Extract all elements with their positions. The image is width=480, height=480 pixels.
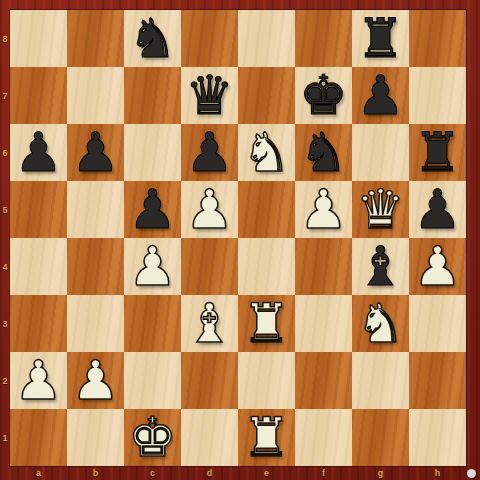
square-d4[interactable] xyxy=(181,238,238,295)
square-b8[interactable] xyxy=(67,10,124,67)
square-f7[interactable]: ♚ xyxy=(295,67,352,124)
square-b7[interactable] xyxy=(67,67,124,124)
square-e8[interactable] xyxy=(238,10,295,67)
rank-label-4: 4 xyxy=(0,238,10,295)
black-rook-g8[interactable]: ♜ xyxy=(356,10,404,67)
rank-label-5: 5 xyxy=(0,181,10,238)
square-f6[interactable]: ♞ xyxy=(295,124,352,181)
square-c3[interactable] xyxy=(124,295,181,352)
white-pawn-b2[interactable]: ♟ xyxy=(71,352,119,409)
square-a2[interactable]: ♟ xyxy=(10,352,67,409)
square-d6[interactable]: ♟ xyxy=(181,124,238,181)
square-e2[interactable] xyxy=(238,352,295,409)
black-king-f7[interactable]: ♚ xyxy=(299,67,347,124)
white-knight-e6[interactable]: ♞ xyxy=(242,124,290,181)
square-f3[interactable] xyxy=(295,295,352,352)
black-knight-c8[interactable]: ♞ xyxy=(128,10,176,67)
square-b3[interactable] xyxy=(67,295,124,352)
square-h5[interactable]: ♟ xyxy=(409,181,466,238)
square-d8[interactable] xyxy=(181,10,238,67)
square-g6[interactable] xyxy=(352,124,409,181)
square-c4[interactable]: ♟ xyxy=(124,238,181,295)
square-h4[interactable]: ♟ xyxy=(409,238,466,295)
square-g8[interactable]: ♜ xyxy=(352,10,409,67)
square-d2[interactable] xyxy=(181,352,238,409)
square-g5[interactable]: ♛ xyxy=(352,181,409,238)
black-bishop-g4[interactable]: ♝ xyxy=(356,238,404,295)
square-a1[interactable] xyxy=(10,409,67,466)
square-b5[interactable] xyxy=(67,181,124,238)
file-label-e: e xyxy=(238,466,295,480)
file-label-d: d xyxy=(181,466,238,480)
square-h2[interactable] xyxy=(409,352,466,409)
file-label-g: g xyxy=(352,466,409,480)
rank-label-2: 2 xyxy=(0,352,10,409)
black-pawn-h5[interactable]: ♟ xyxy=(413,181,461,238)
board-frame: ♞♜♛♚♟♟♟♟♞♞♜♟♟♟♛♟♟♝♟♝♜♞♟♟♚♜ 87654321 abcd… xyxy=(0,0,480,480)
square-a4[interactable] xyxy=(10,238,67,295)
rank-label-8: 8 xyxy=(0,10,10,67)
file-label-a: a xyxy=(10,466,67,480)
square-b2[interactable]: ♟ xyxy=(67,352,124,409)
square-a7[interactable] xyxy=(10,67,67,124)
square-h7[interactable] xyxy=(409,67,466,124)
file-label-b: b xyxy=(67,466,124,480)
square-c2[interactable] xyxy=(124,352,181,409)
white-pawn-d5[interactable]: ♟ xyxy=(185,181,233,238)
rank-label-1: 1 xyxy=(0,409,10,466)
square-d3[interactable]: ♝ xyxy=(181,295,238,352)
square-d5[interactable]: ♟ xyxy=(181,181,238,238)
square-e4[interactable] xyxy=(238,238,295,295)
square-g4[interactable]: ♝ xyxy=(352,238,409,295)
black-rook-h6[interactable]: ♜ xyxy=(413,124,461,181)
square-c6[interactable] xyxy=(124,124,181,181)
file-labels: abcdefgh xyxy=(10,466,466,480)
square-b6[interactable]: ♟ xyxy=(67,124,124,181)
white-pawn-f5[interactable]: ♟ xyxy=(299,181,347,238)
square-f4[interactable] xyxy=(295,238,352,295)
square-f8[interactable] xyxy=(295,10,352,67)
white-knight-g3[interactable]: ♞ xyxy=(356,295,404,352)
white-bishop-d3[interactable]: ♝ xyxy=(185,295,233,352)
black-knight-f6[interactable]: ♞ xyxy=(299,124,347,181)
black-pawn-g7[interactable]: ♟ xyxy=(356,67,404,124)
black-pawn-b6[interactable]: ♟ xyxy=(71,124,119,181)
square-b4[interactable] xyxy=(67,238,124,295)
rank-labels: 87654321 xyxy=(0,10,10,466)
file-label-c: c xyxy=(124,466,181,480)
square-b1[interactable] xyxy=(67,409,124,466)
black-pawn-c5[interactable]: ♟ xyxy=(128,181,176,238)
square-c8[interactable]: ♞ xyxy=(124,10,181,67)
square-f1[interactable] xyxy=(295,409,352,466)
file-label-h: h xyxy=(409,466,466,480)
white-rook-e3[interactable]: ♜ xyxy=(242,295,290,352)
square-h6[interactable]: ♜ xyxy=(409,124,466,181)
square-f5[interactable]: ♟ xyxy=(295,181,352,238)
rank-label-7: 7 xyxy=(0,67,10,124)
white-king-c1[interactable]: ♚ xyxy=(128,409,176,466)
black-pawn-a6[interactable]: ♟ xyxy=(14,124,62,181)
square-g1[interactable] xyxy=(352,409,409,466)
square-c1[interactable]: ♚ xyxy=(124,409,181,466)
black-pawn-d6[interactable]: ♟ xyxy=(185,124,233,181)
square-e1[interactable]: ♜ xyxy=(238,409,295,466)
square-g3[interactable]: ♞ xyxy=(352,295,409,352)
square-c7[interactable] xyxy=(124,67,181,124)
rank-label-3: 3 xyxy=(0,295,10,352)
white-queen-g5[interactable]: ♛ xyxy=(356,181,404,238)
square-h1[interactable] xyxy=(409,409,466,466)
white-to-move-indicator-icon xyxy=(467,469,476,478)
square-a6[interactable]: ♟ xyxy=(10,124,67,181)
square-d7[interactable]: ♛ xyxy=(181,67,238,124)
white-pawn-a2[interactable]: ♟ xyxy=(14,352,62,409)
black-queen-d7[interactable]: ♛ xyxy=(185,67,233,124)
square-a8[interactable] xyxy=(10,10,67,67)
square-h3[interactable] xyxy=(409,295,466,352)
square-a3[interactable] xyxy=(10,295,67,352)
square-c5[interactable]: ♟ xyxy=(124,181,181,238)
square-f2[interactable] xyxy=(295,352,352,409)
square-e3[interactable]: ♜ xyxy=(238,295,295,352)
rank-label-6: 6 xyxy=(0,124,10,181)
square-g2[interactable] xyxy=(352,352,409,409)
square-d1[interactable] xyxy=(181,409,238,466)
square-e6[interactable]: ♞ xyxy=(238,124,295,181)
white-pawn-c4[interactable]: ♟ xyxy=(128,238,176,295)
white-rook-e1[interactable]: ♜ xyxy=(242,409,290,466)
white-pawn-h4[interactable]: ♟ xyxy=(413,238,461,295)
square-a5[interactable] xyxy=(10,181,67,238)
file-label-f: f xyxy=(295,466,352,480)
square-g7[interactable]: ♟ xyxy=(352,67,409,124)
square-h8[interactable] xyxy=(409,10,466,67)
square-e7[interactable] xyxy=(238,67,295,124)
board: ♞♜♛♚♟♟♟♟♞♞♜♟♟♟♛♟♟♝♟♝♜♞♟♟♚♜ xyxy=(10,10,466,466)
square-e5[interactable] xyxy=(238,181,295,238)
